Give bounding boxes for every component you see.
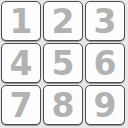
tile-digit: 5 [52, 47, 75, 80]
tile-7[interactable]: 7 [1, 85, 41, 125]
tile-digit: 2 [52, 5, 75, 38]
tile-digit: 6 [94, 47, 117, 80]
tile-8[interactable]: 8 [43, 85, 83, 125]
tile-1[interactable]: 1 [1, 1, 41, 41]
tile-digit: 9 [94, 89, 117, 122]
tile-9[interactable]: 9 [85, 85, 125, 125]
tile-3[interactable]: 3 [85, 1, 125, 41]
tile-digit: 3 [94, 5, 117, 38]
tile-digit: 1 [10, 5, 33, 38]
tile-digit: 4 [10, 47, 33, 80]
number-grid: 123456789 [0, 0, 128, 128]
tile-digit: 7 [10, 89, 33, 122]
tile-4[interactable]: 4 [1, 43, 41, 83]
tile-digit: 8 [52, 89, 75, 122]
tile-5[interactable]: 5 [43, 43, 83, 83]
tile-6[interactable]: 6 [85, 43, 125, 83]
tile-2[interactable]: 2 [43, 1, 83, 41]
